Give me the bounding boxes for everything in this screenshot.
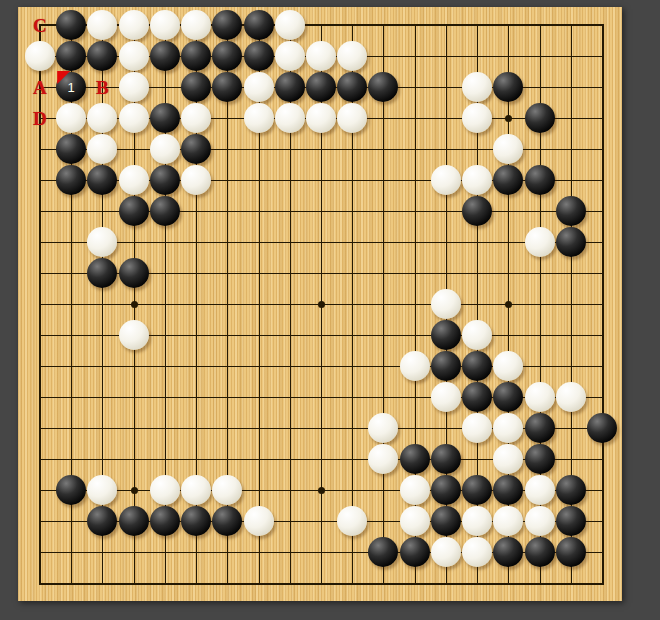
white-stone — [56, 103, 86, 133]
black-stone — [493, 537, 523, 567]
intersection[interactable] — [524, 382, 555, 413]
white-stone — [493, 506, 523, 536]
white-stone — [337, 41, 367, 71]
intersection[interactable] — [524, 506, 555, 537]
white-stone — [306, 103, 336, 133]
intersection[interactable] — [430, 351, 461, 382]
black-stone — [556, 537, 586, 567]
intersection[interactable] — [118, 258, 149, 289]
intersection[interactable]: 1 — [56, 72, 87, 103]
intersection[interactable] — [118, 320, 149, 351]
intersection[interactable] — [149, 103, 180, 134]
intersection[interactable] — [24, 41, 55, 72]
white-stone — [275, 41, 305, 71]
black-stone — [119, 258, 149, 288]
black-stone — [56, 165, 86, 195]
intersection[interactable] — [56, 134, 87, 165]
white-stone — [368, 413, 398, 443]
intersection[interactable] — [555, 196, 586, 227]
intersection[interactable] — [430, 382, 461, 413]
intersection[interactable] — [180, 103, 211, 134]
black-stone — [275, 72, 305, 102]
intersection[interactable] — [243, 506, 274, 537]
black-stone — [462, 382, 492, 412]
position-label-a: A — [33, 78, 47, 97]
intersection[interactable] — [461, 103, 492, 134]
white-stone — [87, 134, 117, 164]
black-stone — [556, 196, 586, 226]
white-stone — [119, 41, 149, 71]
black-stone — [431, 351, 461, 381]
intersection[interactable] — [274, 72, 305, 103]
intersection[interactable] — [430, 475, 461, 506]
black-stone — [525, 413, 555, 443]
intersection[interactable] — [461, 382, 492, 413]
intersection[interactable] — [555, 506, 586, 537]
white-stone — [462, 506, 492, 536]
white-stone — [462, 72, 492, 102]
move-number-label: 1 — [56, 72, 86, 102]
intersection[interactable] — [399, 351, 430, 382]
black-stone — [56, 10, 86, 40]
black-stone — [87, 165, 117, 195]
black-stone — [462, 475, 492, 505]
intersection[interactable] — [243, 72, 274, 103]
black-stone — [525, 537, 555, 567]
black-stone — [525, 103, 555, 133]
intersection[interactable] — [493, 444, 524, 475]
white-stone — [181, 165, 211, 195]
white-stone — [400, 475, 430, 505]
black-stone: 1 — [56, 72, 86, 102]
intersection[interactable] — [368, 413, 399, 444]
intersection[interactable] — [337, 72, 368, 103]
white-stone — [87, 103, 117, 133]
white-stone — [431, 289, 461, 319]
intersection[interactable] — [555, 382, 586, 413]
intersection[interactable] — [149, 506, 180, 537]
intersection[interactable] — [118, 506, 149, 537]
star-point — [131, 487, 138, 494]
black-stone — [181, 41, 211, 71]
intersection[interactable] — [430, 289, 461, 320]
app-background: CA1BD — [0, 0, 660, 620]
black-stone — [368, 537, 398, 567]
intersection[interactable] — [274, 10, 305, 41]
black-stone — [150, 41, 180, 71]
star-point — [505, 115, 512, 122]
intersection[interactable] — [524, 413, 555, 444]
intersection[interactable] — [493, 134, 524, 165]
intersection[interactable] — [555, 537, 586, 568]
intersection[interactable] — [212, 506, 243, 537]
intersection[interactable] — [180, 134, 211, 165]
intersection[interactable] — [461, 413, 492, 444]
position-label-c: C — [33, 16, 47, 35]
intersection[interactable] — [524, 227, 555, 258]
white-stone — [119, 10, 149, 40]
intersection[interactable] — [368, 537, 399, 568]
intersection[interactable] — [430, 320, 461, 351]
white-stone — [119, 72, 149, 102]
intersection[interactable] — [524, 537, 555, 568]
intersection[interactable] — [493, 165, 524, 196]
intersection[interactable] — [274, 41, 305, 72]
white-stone — [525, 506, 555, 536]
intersection[interactable] — [586, 413, 617, 444]
white-stone — [150, 10, 180, 40]
intersection[interactable] — [493, 506, 524, 537]
white-stone — [181, 10, 211, 40]
star-point — [505, 301, 512, 308]
intersection[interactable] — [87, 103, 118, 134]
intersection[interactable] — [118, 41, 149, 72]
white-stone — [244, 506, 274, 536]
white-stone — [525, 475, 555, 505]
black-stone — [493, 475, 523, 505]
intersection[interactable] — [399, 537, 430, 568]
intersection[interactable] — [524, 475, 555, 506]
intersection[interactable] — [524, 165, 555, 196]
star-point — [318, 487, 325, 494]
intersection[interactable] — [461, 506, 492, 537]
black-stone — [150, 506, 180, 536]
white-stone — [119, 165, 149, 195]
black-stone — [306, 72, 336, 102]
intersection[interactable] — [149, 196, 180, 227]
intersection[interactable]: C — [24, 10, 55, 41]
intersection[interactable] — [493, 537, 524, 568]
intersection[interactable] — [149, 41, 180, 72]
intersection[interactable] — [87, 10, 118, 41]
white-stone — [493, 134, 523, 164]
black-stone — [181, 506, 211, 536]
white-stone — [212, 475, 242, 505]
white-stone — [150, 475, 180, 505]
black-stone — [431, 506, 461, 536]
black-stone — [525, 165, 555, 195]
intersection[interactable] — [87, 506, 118, 537]
intersection[interactable] — [493, 413, 524, 444]
intersection[interactable] — [243, 10, 274, 41]
white-stone — [119, 320, 149, 350]
black-stone — [462, 196, 492, 226]
intersection[interactable] — [524, 444, 555, 475]
intersection[interactable] — [87, 165, 118, 196]
black-stone — [244, 41, 274, 71]
intersection[interactable] — [149, 134, 180, 165]
white-stone — [493, 444, 523, 474]
black-stone — [525, 444, 555, 474]
intersection[interactable] — [56, 10, 87, 41]
black-stone — [431, 475, 461, 505]
intersection[interactable] — [56, 475, 87, 506]
white-stone — [556, 382, 586, 412]
intersection[interactable] — [118, 196, 149, 227]
black-stone — [493, 165, 523, 195]
black-stone — [493, 382, 523, 412]
black-stone — [244, 10, 274, 40]
white-stone — [431, 537, 461, 567]
white-stone — [25, 41, 55, 71]
white-stone — [306, 41, 336, 71]
intersection[interactable] — [305, 41, 336, 72]
intersection[interactable] — [555, 227, 586, 258]
intersection[interactable] — [399, 475, 430, 506]
white-stone — [87, 10, 117, 40]
black-stone — [181, 134, 211, 164]
black-stone — [150, 196, 180, 226]
intersection[interactable] — [180, 475, 211, 506]
black-stone — [150, 165, 180, 195]
black-stone — [56, 475, 86, 505]
white-stone — [244, 72, 274, 102]
white-stone — [462, 103, 492, 133]
white-stone — [87, 475, 117, 505]
black-stone — [556, 506, 586, 536]
black-stone — [56, 41, 86, 71]
white-stone — [400, 506, 430, 536]
white-stone — [368, 444, 398, 474]
intersection[interactable] — [87, 134, 118, 165]
black-stone — [556, 227, 586, 257]
intersection[interactable] — [180, 165, 211, 196]
intersection[interactable] — [56, 165, 87, 196]
black-stone — [119, 506, 149, 536]
white-stone — [525, 227, 555, 257]
black-stone — [493, 72, 523, 102]
black-stone — [87, 258, 117, 288]
black-stone — [400, 444, 430, 474]
intersection[interactable] — [430, 506, 461, 537]
black-stone — [431, 444, 461, 474]
black-stone — [212, 41, 242, 71]
intersection[interactable]: B — [87, 72, 118, 103]
intersection[interactable] — [461, 537, 492, 568]
intersection[interactable] — [430, 165, 461, 196]
intersection[interactable] — [461, 320, 492, 351]
white-stone — [431, 165, 461, 195]
intersection[interactable] — [461, 196, 492, 227]
intersection[interactable] — [56, 103, 87, 134]
white-stone — [493, 351, 523, 381]
white-stone — [150, 134, 180, 164]
intersection[interactable] — [243, 41, 274, 72]
intersection[interactable] — [461, 72, 492, 103]
intersection[interactable] — [118, 103, 149, 134]
intersection[interactable] — [87, 41, 118, 72]
intersection[interactable]: D — [24, 103, 55, 134]
intersection[interactable] — [461, 165, 492, 196]
intersection[interactable] — [212, 10, 243, 41]
intersection[interactable] — [118, 72, 149, 103]
white-stone — [87, 227, 117, 257]
intersection[interactable] — [87, 258, 118, 289]
intersection[interactable]: A — [24, 72, 55, 103]
white-stone — [400, 351, 430, 381]
intersection[interactable] — [118, 165, 149, 196]
intersection[interactable] — [524, 103, 555, 134]
intersection[interactable] — [180, 506, 211, 537]
intersection[interactable] — [461, 351, 492, 382]
black-stone — [431, 320, 461, 350]
intersection[interactable] — [149, 10, 180, 41]
position-label-b: B — [96, 78, 109, 97]
intersection[interactable] — [493, 475, 524, 506]
white-stone — [119, 103, 149, 133]
black-stone — [119, 196, 149, 226]
intersection[interactable] — [212, 41, 243, 72]
black-stone — [400, 537, 430, 567]
intersection[interactable] — [212, 72, 243, 103]
intersection[interactable] — [118, 10, 149, 41]
intersection[interactable] — [305, 103, 336, 134]
black-stone — [368, 72, 398, 102]
intersection[interactable] — [430, 537, 461, 568]
intersection[interactable] — [368, 444, 399, 475]
white-stone — [462, 320, 492, 350]
white-stone — [275, 10, 305, 40]
black-stone — [56, 134, 86, 164]
intersection[interactable] — [399, 444, 430, 475]
black-stone — [337, 72, 367, 102]
white-stone — [181, 103, 211, 133]
black-stone — [587, 413, 617, 443]
go-board: CA1BD — [18, 7, 622, 601]
white-stone — [462, 165, 492, 195]
intersection[interactable] — [87, 227, 118, 258]
white-stone — [431, 382, 461, 412]
intersection[interactable] — [149, 165, 180, 196]
intersection[interactable] — [305, 72, 336, 103]
white-stone — [337, 506, 367, 536]
black-stone — [212, 506, 242, 536]
intersection[interactable] — [337, 506, 368, 537]
white-stone — [462, 537, 492, 567]
black-stone — [556, 475, 586, 505]
intersection[interactable] — [56, 41, 87, 72]
intersection[interactable] — [274, 103, 305, 134]
white-stone — [525, 382, 555, 412]
black-stone — [462, 351, 492, 381]
white-stone — [275, 103, 305, 133]
intersection[interactable] — [461, 475, 492, 506]
intersection[interactable] — [493, 72, 524, 103]
intersection[interactable] — [180, 41, 211, 72]
intersection[interactable] — [243, 103, 274, 134]
intersection[interactable] — [87, 475, 118, 506]
white-stone — [337, 103, 367, 133]
intersection[interactable] — [493, 382, 524, 413]
white-stone — [244, 103, 274, 133]
black-stone — [87, 41, 117, 71]
black-stone — [87, 506, 117, 536]
position-label-d: D — [33, 109, 47, 128]
intersection[interactable] — [180, 10, 211, 41]
intersection[interactable] — [212, 475, 243, 506]
intersection[interactable] — [368, 72, 399, 103]
star-point — [131, 301, 138, 308]
intersection[interactable] — [399, 506, 430, 537]
intersection[interactable] — [149, 475, 180, 506]
white-stone — [493, 413, 523, 443]
white-stone — [462, 413, 492, 443]
black-stone — [150, 103, 180, 133]
intersection[interactable] — [555, 475, 586, 506]
black-stone — [181, 72, 211, 102]
black-stone — [212, 10, 242, 40]
white-stone — [181, 475, 211, 505]
intersection[interactable] — [430, 444, 461, 475]
intersection[interactable] — [180, 72, 211, 103]
intersection[interactable] — [493, 351, 524, 382]
intersection[interactable] — [337, 103, 368, 134]
intersection[interactable] — [337, 41, 368, 72]
star-point — [318, 301, 325, 308]
black-stone — [212, 72, 242, 102]
